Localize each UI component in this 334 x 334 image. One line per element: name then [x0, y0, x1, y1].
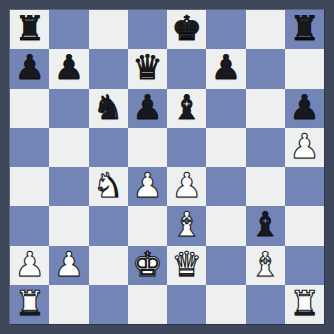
- square-h2[interactable]: [285, 246, 324, 285]
- chess-board: ♜♚♜♟♟♛♟♞♟♝♟♟♞♟♟♝♝♟♟♚♛♝♜♜: [10, 10, 324, 324]
- square-a6[interactable]: [10, 89, 49, 128]
- square-a5[interactable]: [10, 128, 49, 167]
- black-knight-icon[interactable]: ♞: [93, 89, 123, 127]
- square-a8[interactable]: ♜: [10, 10, 49, 49]
- square-a1[interactable]: ♜: [10, 285, 49, 324]
- square-e1[interactable]: [167, 285, 206, 324]
- square-g7[interactable]: [246, 49, 285, 88]
- square-h7[interactable]: [285, 49, 324, 88]
- white-pawn-icon[interactable]: ♟: [54, 246, 84, 284]
- square-e8[interactable]: ♚: [167, 10, 206, 49]
- black-rook-icon[interactable]: ♜: [14, 10, 44, 48]
- square-e2[interactable]: ♛: [167, 246, 206, 285]
- black-bishop-icon[interactable]: ♝: [250, 206, 280, 244]
- square-c1[interactable]: [89, 285, 128, 324]
- square-g6[interactable]: [246, 89, 285, 128]
- square-e4[interactable]: ♟: [167, 167, 206, 206]
- black-pawn-icon[interactable]: ♟: [289, 89, 319, 127]
- square-g4[interactable]: [246, 167, 285, 206]
- white-queen-icon[interactable]: ♛: [171, 246, 201, 284]
- square-g8[interactable]: [246, 10, 285, 49]
- square-a4[interactable]: [10, 167, 49, 206]
- black-pawn-icon[interactable]: ♟: [14, 49, 44, 87]
- white-rook-icon[interactable]: ♜: [14, 285, 44, 323]
- square-e6[interactable]: ♝: [167, 89, 206, 128]
- square-g1[interactable]: [246, 285, 285, 324]
- square-b4[interactable]: [49, 167, 88, 206]
- square-a3[interactable]: [10, 206, 49, 245]
- white-knight-icon[interactable]: ♞: [93, 167, 123, 205]
- black-bishop-icon[interactable]: ♝: [171, 89, 201, 127]
- square-c3[interactable]: [89, 206, 128, 245]
- square-h3[interactable]: [285, 206, 324, 245]
- square-c6[interactable]: ♞: [89, 89, 128, 128]
- square-d4[interactable]: ♟: [128, 167, 167, 206]
- square-g5[interactable]: [246, 128, 285, 167]
- square-f6[interactable]: [206, 89, 245, 128]
- square-f5[interactable]: [206, 128, 245, 167]
- square-f3[interactable]: [206, 206, 245, 245]
- square-d7[interactable]: ♛: [128, 49, 167, 88]
- square-h8[interactable]: ♜: [285, 10, 324, 49]
- square-a7[interactable]: ♟: [10, 49, 49, 88]
- square-d2[interactable]: ♚: [128, 246, 167, 285]
- black-rook-icon[interactable]: ♜: [289, 10, 319, 48]
- square-a2[interactable]: ♟: [10, 246, 49, 285]
- square-h1[interactable]: ♜: [285, 285, 324, 324]
- square-f7[interactable]: ♟: [206, 49, 245, 88]
- white-rook-icon[interactable]: ♜: [289, 285, 319, 323]
- black-king-icon[interactable]: ♚: [171, 10, 201, 48]
- square-b8[interactable]: [49, 10, 88, 49]
- white-pawn-icon[interactable]: ♟: [14, 246, 44, 284]
- square-h4[interactable]: [285, 167, 324, 206]
- white-king-icon[interactable]: ♚: [132, 246, 162, 284]
- square-b2[interactable]: ♟: [49, 246, 88, 285]
- square-e5[interactable]: [167, 128, 206, 167]
- square-e3[interactable]: ♝: [167, 206, 206, 245]
- white-pawn-icon[interactable]: ♟: [171, 167, 201, 205]
- square-c8[interactable]: [89, 10, 128, 49]
- square-b6[interactable]: [49, 89, 88, 128]
- square-g2[interactable]: ♝: [246, 246, 285, 285]
- square-h6[interactable]: ♟: [285, 89, 324, 128]
- square-b1[interactable]: [49, 285, 88, 324]
- black-pawn-icon[interactable]: ♟: [211, 49, 241, 87]
- white-pawn-icon[interactable]: ♟: [289, 128, 319, 166]
- white-pawn-icon[interactable]: ♟: [132, 167, 162, 205]
- square-c7[interactable]: [89, 49, 128, 88]
- square-d1[interactable]: [128, 285, 167, 324]
- white-bishop-icon[interactable]: ♝: [250, 246, 280, 284]
- square-f4[interactable]: [206, 167, 245, 206]
- black-pawn-icon[interactable]: ♟: [132, 89, 162, 127]
- black-pawn-icon[interactable]: ♟: [54, 49, 84, 87]
- white-bishop-icon[interactable]: ♝: [171, 206, 201, 244]
- square-c4[interactable]: ♞: [89, 167, 128, 206]
- square-d8[interactable]: [128, 10, 167, 49]
- square-f8[interactable]: [206, 10, 245, 49]
- square-g3[interactable]: ♝: [246, 206, 285, 245]
- square-d6[interactable]: ♟: [128, 89, 167, 128]
- square-d5[interactable]: [128, 128, 167, 167]
- square-f2[interactable]: [206, 246, 245, 285]
- square-h5[interactable]: ♟: [285, 128, 324, 167]
- square-c5[interactable]: [89, 128, 128, 167]
- black-queen-icon[interactable]: ♛: [132, 49, 162, 87]
- square-b7[interactable]: ♟: [49, 49, 88, 88]
- square-e7[interactable]: [167, 49, 206, 88]
- square-f1[interactable]: [206, 285, 245, 324]
- chess-board-frame: ♜♚♜♟♟♛♟♞♟♝♟♟♞♟♟♝♝♟♟♚♛♝♜♜: [0, 0, 334, 334]
- square-b3[interactable]: [49, 206, 88, 245]
- square-b5[interactable]: [49, 128, 88, 167]
- square-c2[interactable]: [89, 246, 128, 285]
- square-d3[interactable]: [128, 206, 167, 245]
